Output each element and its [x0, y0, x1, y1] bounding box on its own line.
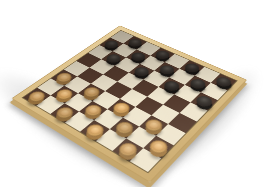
checkers-board — [11, 25, 247, 182]
checkers-photo-scene — [0, 0, 270, 187]
